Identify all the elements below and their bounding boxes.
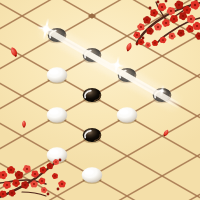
plum-blossom-bottom-left xyxy=(0,159,66,198)
board-canvas xyxy=(0,0,200,200)
win-line-beam xyxy=(34,18,186,115)
white-stone[interactable] xyxy=(82,167,103,184)
black-stone[interactable] xyxy=(83,88,102,103)
falling-petal xyxy=(22,120,26,127)
falling-petal xyxy=(125,42,132,52)
gomoku-board[interactable] xyxy=(0,0,200,200)
white-stone[interactable] xyxy=(47,107,68,124)
black-stone[interactable] xyxy=(83,128,102,143)
falling-petal xyxy=(9,46,18,58)
white-stone[interactable] xyxy=(47,67,68,84)
white-stone[interactable] xyxy=(117,107,138,124)
